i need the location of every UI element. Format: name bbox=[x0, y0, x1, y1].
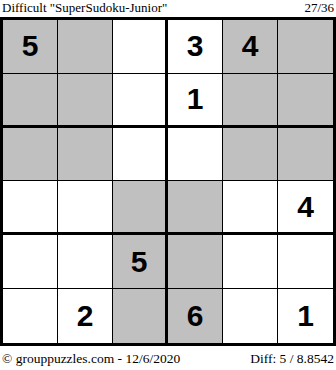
cell-r3c2[interactable] bbox=[58, 128, 113, 182]
cell-r2c2[interactable] bbox=[58, 74, 113, 128]
cell-r4c4[interactable] bbox=[168, 181, 223, 235]
cell-r1c4[interactable]: 3 bbox=[168, 20, 223, 74]
sudoku-grid: 534145261 bbox=[0, 17, 336, 346]
cell-r1c2[interactable] bbox=[58, 20, 113, 74]
cell-r2c1[interactable] bbox=[3, 74, 58, 128]
cell-r4c5[interactable] bbox=[223, 181, 278, 235]
cell-r6c2[interactable]: 2 bbox=[58, 289, 113, 343]
cell-r3c1[interactable] bbox=[3, 128, 58, 182]
cell-r2c6[interactable] bbox=[278, 74, 333, 128]
cell-r4c2[interactable] bbox=[58, 181, 113, 235]
cell-r6c6[interactable]: 1 bbox=[278, 289, 333, 343]
cell-r5c4[interactable] bbox=[168, 235, 223, 289]
cell-r5c1[interactable] bbox=[3, 235, 58, 289]
cell-r4c1[interactable] bbox=[3, 181, 58, 235]
cell-r1c5[interactable]: 4 bbox=[223, 20, 278, 74]
cell-r1c6[interactable] bbox=[278, 20, 333, 74]
cell-r3c4[interactable] bbox=[168, 128, 223, 182]
cell-r6c5[interactable] bbox=[223, 289, 278, 343]
cell-r4c6[interactable]: 4 bbox=[278, 181, 333, 235]
cell-r3c5[interactable] bbox=[223, 128, 278, 182]
cell-r6c4[interactable]: 6 bbox=[168, 289, 223, 343]
cell-r3c3[interactable] bbox=[113, 128, 168, 182]
cell-r5c3[interactable]: 5 bbox=[113, 235, 168, 289]
cell-r3c6[interactable] bbox=[278, 128, 333, 182]
cell-r2c4[interactable]: 1 bbox=[168, 74, 223, 128]
cell-r1c1[interactable]: 5 bbox=[3, 20, 58, 74]
cell-r5c5[interactable] bbox=[223, 235, 278, 289]
copyright-text: © grouppuzzles.com - 12/6/2020 bbox=[2, 351, 180, 367]
cell-r6c3[interactable] bbox=[113, 289, 168, 343]
cell-r2c3[interactable] bbox=[113, 74, 168, 128]
puzzle-page: Difficult "SuperSudoku-Junior" 27/36 534… bbox=[0, 0, 336, 370]
puzzle-title: Difficult "SuperSudoku-Junior" bbox=[2, 1, 167, 15]
header: Difficult "SuperSudoku-Junior" 27/36 bbox=[0, 0, 336, 17]
cell-r5c2[interactable] bbox=[58, 235, 113, 289]
cell-r5c6[interactable] bbox=[278, 235, 333, 289]
cell-r4c3[interactable] bbox=[113, 181, 168, 235]
progress-counter: 27/36 bbox=[304, 1, 334, 15]
footer: © grouppuzzles.com - 12/6/2020 Diff: 5 /… bbox=[0, 346, 336, 370]
cell-r1c3[interactable] bbox=[113, 20, 168, 74]
cell-r6c1[interactable] bbox=[3, 289, 58, 343]
cell-r2c5[interactable] bbox=[223, 74, 278, 128]
difficulty-text: Diff: 5 / 8.8542 bbox=[250, 351, 334, 367]
